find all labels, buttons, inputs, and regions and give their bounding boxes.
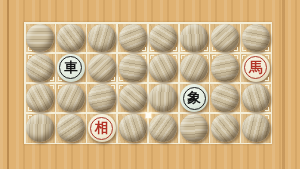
board-cell[interactable] (87, 24, 116, 53)
piece-character: 馬 (249, 61, 263, 75)
point-marker (150, 55, 154, 59)
point-marker (212, 55, 216, 59)
point-marker (150, 47, 154, 51)
point-marker (58, 77, 62, 81)
board-cell[interactable] (180, 114, 209, 143)
point-marker (265, 85, 269, 89)
point-marker (234, 47, 238, 51)
point-marker (119, 77, 123, 81)
point-marker (142, 47, 146, 51)
point-marker (181, 55, 185, 59)
piece-character: 相 (95, 121, 109, 135)
game-background: 車馬象相 ✦ (0, 0, 300, 169)
board-cell[interactable]: 象 (180, 84, 209, 113)
point-marker (265, 55, 269, 59)
point-marker (173, 47, 177, 51)
hidden-piece[interactable] (88, 24, 116, 52)
point-marker (265, 107, 269, 111)
board-cell[interactable] (56, 114, 85, 143)
point-marker (50, 85, 54, 89)
red-minister-piece[interactable]: 相 (88, 114, 116, 142)
point-marker (28, 115, 32, 119)
hidden-piece[interactable] (57, 24, 85, 52)
point-marker (119, 85, 123, 89)
piece-character: 象 (187, 91, 201, 105)
point-marker (204, 47, 208, 51)
point-marker (28, 107, 32, 111)
point-marker (28, 55, 32, 59)
hidden-piece[interactable] (180, 114, 208, 142)
board-cell[interactable] (210, 84, 239, 113)
board-cell[interactable]: 相 (87, 114, 116, 143)
point-marker (242, 55, 246, 59)
hidden-piece[interactable] (211, 114, 239, 142)
point-marker (58, 85, 62, 89)
point-marker (173, 55, 177, 59)
point-marker (234, 55, 238, 59)
point-marker (28, 47, 32, 51)
point-marker (242, 47, 246, 51)
board-cell[interactable] (210, 114, 239, 143)
hidden-piece[interactable] (57, 114, 85, 142)
point-marker (181, 47, 185, 51)
point-marker (212, 47, 216, 51)
board-cell[interactable] (56, 24, 85, 53)
black-elephant-piece[interactable]: 象 (180, 84, 208, 112)
point-marker (50, 77, 54, 81)
point-marker (111, 85, 115, 89)
hidden-piece[interactable] (211, 84, 239, 112)
point-marker (142, 55, 146, 59)
point-marker (265, 115, 269, 119)
point-marker (204, 55, 208, 59)
point-marker (265, 47, 269, 51)
point-marker (265, 77, 269, 81)
banqi-board: 車馬象相 (24, 22, 272, 144)
piece-character: 車 (64, 61, 78, 75)
point-marker (111, 77, 115, 81)
